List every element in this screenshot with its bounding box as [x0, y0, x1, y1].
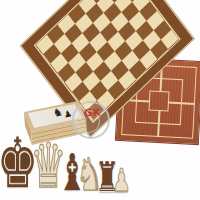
mill-inner-square [148, 90, 169, 111]
watermark-text: GK [84, 106, 102, 118]
box-lid-knight-icon: ♞ [52, 106, 64, 119]
product-photo-stage: ♞ ♟ ♚ ♛ ♝ ♞ ♜ ♟ GK [0, 0, 200, 200]
chess-piece-pawn: ♟ [112, 166, 131, 198]
